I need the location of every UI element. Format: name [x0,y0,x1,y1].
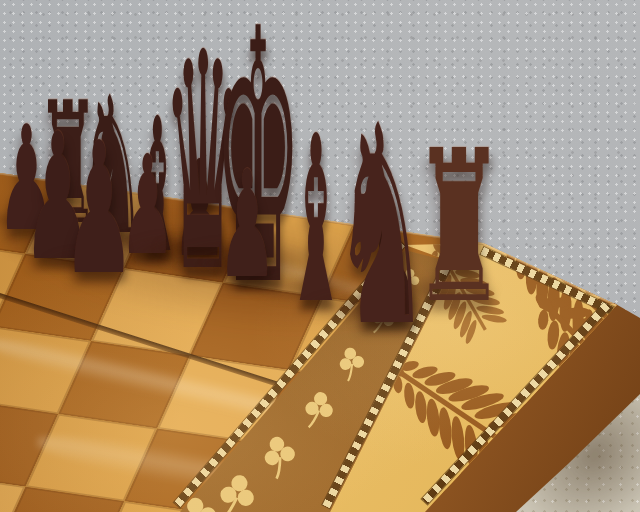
piece-black-pawn-3: ♟ [58,118,140,300]
piece-black-knight-kingside: ♞ [326,90,436,365]
chess-set-photo: Antique carved dark-wood chess set (St. … [0,0,640,512]
